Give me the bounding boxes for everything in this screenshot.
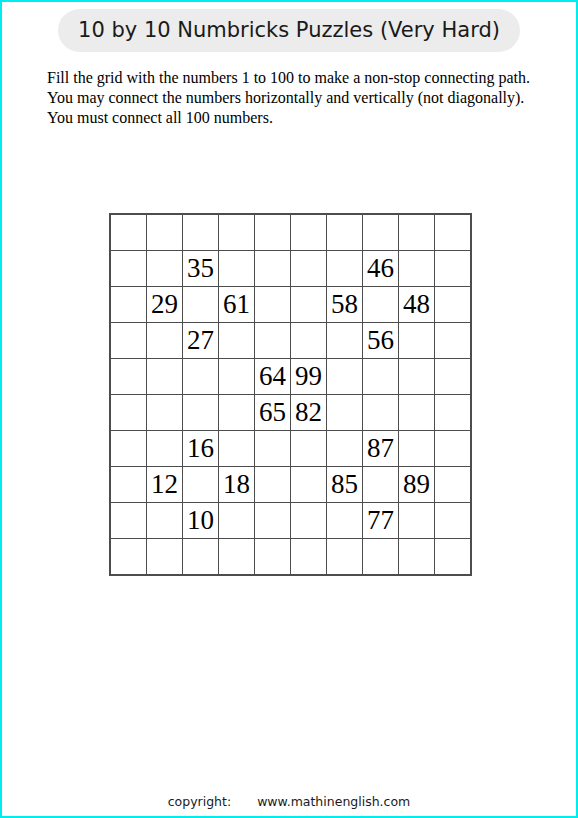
grid-cell-r5c3[interactable]: [183, 359, 218, 394]
grid-cell-r2c10[interactable]: [435, 251, 470, 286]
grid-cell-r5c5: 64: [255, 359, 290, 394]
grid-cell-r4c3: 27: [183, 323, 218, 358]
grid-cell-r1c10[interactable]: [435, 215, 470, 250]
grid-cell-r3c9: 48: [399, 287, 434, 322]
grid-cell-r10c4[interactable]: [219, 539, 254, 574]
grid-cell-r6c1[interactable]: [111, 395, 146, 430]
footer: copyright:www.mathinenglish.com: [2, 794, 576, 809]
grid-cell-r8c5[interactable]: [255, 467, 290, 502]
grid-cell-r2c8: 46: [363, 251, 398, 286]
grid-cell-r9c1[interactable]: [111, 503, 146, 538]
grid-cell-r10c3[interactable]: [183, 539, 218, 574]
grid-cell-r7c5[interactable]: [255, 431, 290, 466]
instruction-line-2: You may connect the numbers horizontally…: [47, 88, 530, 108]
grid-cell-r5c4[interactable]: [219, 359, 254, 394]
grid-cell-r10c10[interactable]: [435, 539, 470, 574]
copyright-label: copyright:: [168, 794, 231, 809]
grid-cell-r6c3[interactable]: [183, 395, 218, 430]
grid-cell-r5c7[interactable]: [327, 359, 362, 394]
site-url: www.mathinenglish.com: [257, 794, 410, 809]
grid-cell-r1c9[interactable]: [399, 215, 434, 250]
grid-cell-r10c9[interactable]: [399, 539, 434, 574]
grid-cell-r3c1[interactable]: [111, 287, 146, 322]
grid-cell-r7c6[interactable]: [291, 431, 326, 466]
grid-cell-r3c2: 29: [147, 287, 182, 322]
grid-cell-r1c4[interactable]: [219, 215, 254, 250]
grid-cell-r8c7: 85: [327, 467, 362, 502]
grid-cell-r9c9[interactable]: [399, 503, 434, 538]
grid-cell-r4c9[interactable]: [399, 323, 434, 358]
grid-cell-r9c7[interactable]: [327, 503, 362, 538]
grid-cell-r4c1[interactable]: [111, 323, 146, 358]
grid-cell-r4c2[interactable]: [147, 323, 182, 358]
grid-cell-r7c3: 16: [183, 431, 218, 466]
grid-cell-r6c10[interactable]: [435, 395, 470, 430]
grid-cell-r5c8[interactable]: [363, 359, 398, 394]
grid-cell-r7c8: 87: [363, 431, 398, 466]
grid-cell-r2c1[interactable]: [111, 251, 146, 286]
grid-cell-r4c4[interactable]: [219, 323, 254, 358]
grid-cell-r7c1[interactable]: [111, 431, 146, 466]
instruction-line-3: You must connect all 100 numbers.: [47, 108, 530, 128]
grid-cell-r4c7[interactable]: [327, 323, 362, 358]
grid-cell-r1c2[interactable]: [147, 215, 182, 250]
grid-cell-r3c7: 58: [327, 287, 362, 322]
grid-cell-r1c1[interactable]: [111, 215, 146, 250]
grid-cell-r10c1[interactable]: [111, 539, 146, 574]
grid-cell-r4c6[interactable]: [291, 323, 326, 358]
grid-cell-r7c10[interactable]: [435, 431, 470, 466]
grid-cell-r8c9: 89: [399, 467, 434, 502]
grid-cell-r7c7[interactable]: [327, 431, 362, 466]
grid-cell-r6c2[interactable]: [147, 395, 182, 430]
grid-cell-r1c5[interactable]: [255, 215, 290, 250]
grid-cell-r2c4[interactable]: [219, 251, 254, 286]
grid-cell-r8c3[interactable]: [183, 467, 218, 502]
grid-cell-r10c7[interactable]: [327, 539, 362, 574]
grid-cell-r6c7[interactable]: [327, 395, 362, 430]
grid-cell-r7c9[interactable]: [399, 431, 434, 466]
instruction-line-1: Fill the grid with the numbers 1 to 100 …: [47, 68, 530, 88]
page-title: 10 by 10 Numbricks Puzzles (Very Hard): [58, 9, 520, 52]
grid-cell-r7c2[interactable]: [147, 431, 182, 466]
grid-cell-r3c3[interactable]: [183, 287, 218, 322]
grid-cell-r7c4[interactable]: [219, 431, 254, 466]
grid-cell-r5c1[interactable]: [111, 359, 146, 394]
puzzle-page: 10 by 10 Numbricks Puzzles (Very Hard) F…: [0, 0, 578, 818]
grid-cell-r2c3: 35: [183, 251, 218, 286]
grid-cell-r9c5[interactable]: [255, 503, 290, 538]
grid-cell-r3c6[interactable]: [291, 287, 326, 322]
grid-cell-r6c5: 65: [255, 395, 290, 430]
grid-cell-r1c3[interactable]: [183, 215, 218, 250]
grid-cell-r2c9[interactable]: [399, 251, 434, 286]
grid-cell-r10c2[interactable]: [147, 539, 182, 574]
grid-cell-r6c8[interactable]: [363, 395, 398, 430]
grid-cell-r5c2[interactable]: [147, 359, 182, 394]
grid-cell-r10c8[interactable]: [363, 539, 398, 574]
grid-cell-r9c10[interactable]: [435, 503, 470, 538]
grid-cell-r6c9[interactable]: [399, 395, 434, 430]
grid-cell-r2c7[interactable]: [327, 251, 362, 286]
grid-cell-r4c5[interactable]: [255, 323, 290, 358]
grid-cell-r1c8[interactable]: [363, 215, 398, 250]
grid-cell-r9c3: 10: [183, 503, 218, 538]
grid-cell-r9c2[interactable]: [147, 503, 182, 538]
grid-cell-r3c8[interactable]: [363, 287, 398, 322]
page-header: 10 by 10 Numbricks Puzzles (Very Hard): [2, 9, 576, 52]
grid-cell-r2c6[interactable]: [291, 251, 326, 286]
grid-cell-r4c10[interactable]: [435, 323, 470, 358]
grid-cell-r3c5[interactable]: [255, 287, 290, 322]
instructions: Fill the grid with the numbers 1 to 100 …: [47, 68, 530, 128]
grid-cell-r5c10[interactable]: [435, 359, 470, 394]
grid-cell-r5c6: 99: [291, 359, 326, 394]
grid-cell-r6c4[interactable]: [219, 395, 254, 430]
grid-cell-r10c6[interactable]: [291, 539, 326, 574]
grid-cell-r1c7[interactable]: [327, 215, 362, 250]
grid-cell-r9c4[interactable]: [219, 503, 254, 538]
grid-cell-r2c5[interactable]: [255, 251, 290, 286]
grid-cell-r2c2[interactable]: [147, 251, 182, 286]
grid-cell-r4c8: 56: [363, 323, 398, 358]
grid-cell-r8c6[interactable]: [291, 467, 326, 502]
grid-cell-r3c10[interactable]: [435, 287, 470, 322]
grid-cell-r9c6[interactable]: [291, 503, 326, 538]
numbricks-grid: 3546296158482756649965821687121885891077: [109, 213, 472, 576]
grid-cell-r8c10[interactable]: [435, 467, 470, 502]
grid-cell-r8c1[interactable]: [111, 467, 146, 502]
grid-cell-r6c6: 82: [291, 395, 326, 430]
grid-cell-r8c4: 18: [219, 467, 254, 502]
grid-cell-r1c6[interactable]: [291, 215, 326, 250]
grid-cell-r9c8: 77: [363, 503, 398, 538]
grid-cell-r10c5[interactable]: [255, 539, 290, 574]
grid-cell-r5c9[interactable]: [399, 359, 434, 394]
grid-cell-r8c8[interactable]: [363, 467, 398, 502]
grid-cell-r8c2: 12: [147, 467, 182, 502]
grid-cell-r3c4: 61: [219, 287, 254, 322]
